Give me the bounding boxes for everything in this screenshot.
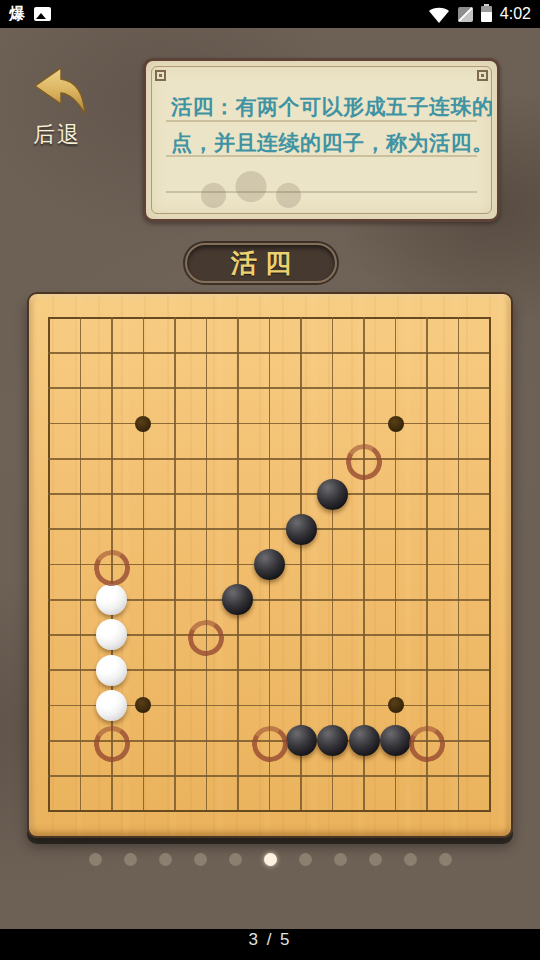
page-indicator: 3 / 5 [248,930,291,950]
back-button-label: 后退 [12,120,102,150]
winning-point-ring-marker [90,722,133,765]
lesson-title-text: 活四 [223,246,299,281]
app-background: 后退 活四：有两个可以形成五子连珠的 点，并且连续的四子，称为活四。 活四 [0,28,540,929]
gomoku-board[interactable] [27,292,513,838]
page-dot[interactable] [369,853,382,866]
page-dot-active[interactable] [264,853,277,866]
status-bar-left: 爆 [9,6,51,22]
screenshot-image-icon [34,7,51,21]
wifi-icon [428,6,450,23]
black-stone [349,725,380,756]
white-stone [96,584,127,615]
winning-point-ring-marker [406,722,449,765]
screen: 爆 4:02 后退 [0,0,540,960]
star-point [135,416,151,432]
star-point [135,697,151,713]
status-bar: 爆 4:02 [0,0,540,28]
black-stone [317,479,348,510]
page-dot[interactable] [299,853,312,866]
back-arrow-icon [25,66,89,118]
star-point [388,697,404,713]
star-point [388,416,404,432]
black-stone [222,584,253,615]
winning-point-ring-marker [248,722,291,765]
page-dot[interactable] [334,853,347,866]
page-dot[interactable] [89,853,102,866]
white-stone [96,690,127,721]
black-stone [286,725,317,756]
grid-line-horizontal [48,775,491,777]
status-bar-right: 4:02 [428,5,531,23]
page-dot[interactable] [124,853,137,866]
notification-text-icon: 爆 [9,6,25,22]
back-button[interactable]: 后退 [12,66,102,150]
white-stone [96,619,127,650]
winning-point-ring-marker [343,440,386,483]
board-grid[interactable] [48,317,491,812]
lesson-title-badge: 活四 [185,243,337,283]
black-stone [317,725,348,756]
black-stone [254,549,285,580]
corner-motif-icon [155,70,166,81]
page-dot[interactable] [194,853,207,866]
tutorial-text-line1: 活四：有两个可以形成五子连珠的 [171,93,494,121]
black-stone [286,514,317,545]
page-dot[interactable] [229,853,242,866]
status-time: 4:02 [500,5,531,23]
grid-line-horizontal [48,810,491,812]
grid-line-vertical [489,317,491,812]
page-dots [0,853,540,866]
page-dot[interactable] [439,853,452,866]
no-sim-icon [458,7,473,22]
grid-line-vertical [458,317,460,812]
white-stone [96,655,127,686]
winning-point-ring-marker [90,546,133,589]
page-dot[interactable] [159,853,172,866]
corner-motif-icon [477,70,488,81]
tutorial-card: 活四：有两个可以形成五子连珠的 点，并且连续的四子，称为活四。 [143,58,500,222]
cloud-watermark [176,169,326,213]
tutorial-text-line2: 点，并且连续的四子，称为活四。 [171,129,494,157]
bottom-nav-bar: 3 / 5 [0,929,540,960]
page-dot[interactable] [404,853,417,866]
battery-icon [481,6,492,22]
winning-point-ring-marker [185,617,228,660]
black-stone [380,725,411,756]
